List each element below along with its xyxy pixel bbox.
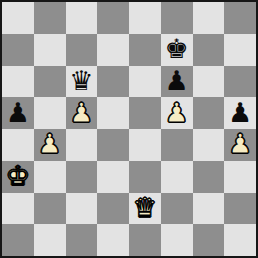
square-e2[interactable]: ♛ [129, 193, 161, 225]
square-f8[interactable] [161, 2, 193, 34]
square-c1[interactable] [66, 224, 98, 256]
square-g1[interactable] [193, 224, 225, 256]
square-d2[interactable] [97, 193, 129, 225]
square-h8[interactable] [224, 2, 256, 34]
square-c4[interactable] [66, 129, 98, 161]
square-h7[interactable] [224, 34, 256, 66]
square-h1[interactable] [224, 224, 256, 256]
square-a3[interactable]: ♚ [2, 161, 34, 193]
black-pawn-f6[interactable]: ♟ [165, 67, 189, 94]
black-pawn-h5[interactable]: ♟ [228, 99, 252, 126]
square-d7[interactable] [97, 34, 129, 66]
square-b1[interactable] [34, 224, 66, 256]
square-d4[interactable] [97, 129, 129, 161]
square-c7[interactable] [66, 34, 98, 66]
white-pawn-h4[interactable]: ♟ [228, 130, 252, 157]
square-a7[interactable] [2, 34, 34, 66]
square-c6[interactable]: ♛ [66, 66, 98, 98]
square-h5[interactable]: ♟ [224, 97, 256, 129]
white-pawn-f5[interactable]: ♟ [165, 99, 189, 126]
square-f7[interactable]: ♚ [161, 34, 193, 66]
square-d1[interactable] [97, 224, 129, 256]
square-e3[interactable] [129, 161, 161, 193]
square-d8[interactable] [97, 2, 129, 34]
square-g4[interactable] [193, 129, 225, 161]
square-c2[interactable] [66, 193, 98, 225]
white-pawn-b4[interactable]: ♟ [38, 130, 62, 157]
square-h3[interactable] [224, 161, 256, 193]
square-d6[interactable] [97, 66, 129, 98]
square-b2[interactable] [34, 193, 66, 225]
square-b6[interactable] [34, 66, 66, 98]
square-c8[interactable] [66, 2, 98, 34]
square-h4[interactable]: ♟ [224, 129, 256, 161]
square-e7[interactable] [129, 34, 161, 66]
square-g6[interactable] [193, 66, 225, 98]
square-f4[interactable] [161, 129, 193, 161]
black-pawn-a5[interactable]: ♟ [6, 99, 30, 126]
square-f2[interactable] [161, 193, 193, 225]
square-g7[interactable] [193, 34, 225, 66]
square-h2[interactable] [224, 193, 256, 225]
square-a2[interactable] [2, 193, 34, 225]
square-g5[interactable] [193, 97, 225, 129]
white-pawn-c5[interactable]: ♟ [69, 99, 93, 126]
square-e8[interactable] [129, 2, 161, 34]
square-e5[interactable] [129, 97, 161, 129]
square-d3[interactable] [97, 161, 129, 193]
white-king-a3[interactable]: ♚ [6, 162, 30, 189]
square-g2[interactable] [193, 193, 225, 225]
square-f5[interactable]: ♟ [161, 97, 193, 129]
black-queen-c6[interactable]: ♛ [69, 67, 93, 94]
square-f1[interactable] [161, 224, 193, 256]
square-a1[interactable] [2, 224, 34, 256]
square-c5[interactable]: ♟ [66, 97, 98, 129]
square-g8[interactable] [193, 2, 225, 34]
square-g3[interactable] [193, 161, 225, 193]
square-c3[interactable] [66, 161, 98, 193]
square-a8[interactable] [2, 2, 34, 34]
square-f6[interactable]: ♟ [161, 66, 193, 98]
square-f3[interactable] [161, 161, 193, 193]
square-d5[interactable] [97, 97, 129, 129]
square-e1[interactable] [129, 224, 161, 256]
black-king-f7[interactable]: ♚ [165, 35, 189, 62]
square-b3[interactable] [34, 161, 66, 193]
square-b7[interactable] [34, 34, 66, 66]
chess-board: ♚♛♟♟♟♟♟♟♟♚♛ [2, 2, 256, 256]
square-b4[interactable]: ♟ [34, 129, 66, 161]
square-b5[interactable] [34, 97, 66, 129]
white-queen-e2[interactable]: ♛ [133, 194, 157, 221]
chess-board-frame: ♚♛♟♟♟♟♟♟♟♚♛ [0, 0, 258, 258]
square-e6[interactable] [129, 66, 161, 98]
square-a5[interactable]: ♟ [2, 97, 34, 129]
square-b8[interactable] [34, 2, 66, 34]
square-e4[interactable] [129, 129, 161, 161]
square-a6[interactable] [2, 66, 34, 98]
square-h6[interactable] [224, 66, 256, 98]
square-a4[interactable] [2, 129, 34, 161]
